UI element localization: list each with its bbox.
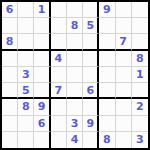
sudoku-cell-given[interactable]: 6	[34, 116, 50, 132]
sudoku-cell-empty[interactable]	[18, 132, 34, 148]
sudoku-cell-empty[interactable]	[83, 51, 99, 67]
sudoku-cell-given[interactable]: 9	[83, 116, 99, 132]
sudoku-cell-empty[interactable]	[51, 67, 67, 83]
sudoku-cell-given[interactable]: 7	[51, 83, 67, 99]
sudoku-cell-empty[interactable]	[2, 132, 18, 148]
sudoku-cell-empty[interactable]	[51, 2, 67, 18]
sudoku-cell-empty[interactable]	[2, 116, 18, 132]
sudoku-cell-empty[interactable]	[34, 83, 50, 99]
sudoku-cell-given[interactable]: 8	[2, 34, 18, 50]
sudoku-cell-empty[interactable]	[116, 67, 132, 83]
sudoku-cell-empty[interactable]	[2, 99, 18, 115]
sudoku-cell-empty[interactable]	[67, 51, 83, 67]
sudoku-cell-empty[interactable]	[51, 99, 67, 115]
sudoku-cell-empty[interactable]	[132, 18, 148, 34]
sudoku-cell-empty[interactable]	[67, 2, 83, 18]
sudoku-cell-empty[interactable]	[83, 34, 99, 50]
sudoku-cell-empty[interactable]	[116, 18, 132, 34]
sudoku-cell-given[interactable]: 9	[34, 99, 50, 115]
sudoku-cell-empty[interactable]	[34, 34, 50, 50]
sudoku-cell-empty[interactable]	[18, 18, 34, 34]
sudoku-cell-empty[interactable]	[2, 83, 18, 99]
sudoku-cell-given[interactable]: 8	[132, 51, 148, 67]
sudoku-cell-empty[interactable]	[67, 67, 83, 83]
sudoku-cell-empty[interactable]	[83, 2, 99, 18]
sudoku-cell-given[interactable]: 3	[18, 67, 34, 83]
sudoku-cell-given[interactable]: 8	[67, 18, 83, 34]
sudoku-cell-empty[interactable]	[99, 51, 115, 67]
sudoku-cell-empty[interactable]	[18, 51, 34, 67]
sudoku-board: 61985874831576892639483	[0, 0, 150, 150]
sudoku-cell-empty[interactable]	[116, 99, 132, 115]
sudoku-cell-empty[interactable]	[99, 18, 115, 34]
sudoku-cell-empty[interactable]	[51, 34, 67, 50]
sudoku-cell-empty[interactable]	[34, 18, 50, 34]
sudoku-cell-empty[interactable]	[2, 18, 18, 34]
sudoku-cell-empty[interactable]	[83, 132, 99, 148]
sudoku-cell-empty[interactable]	[34, 67, 50, 83]
sudoku-cell-empty[interactable]	[2, 51, 18, 67]
sudoku-cell-given[interactable]: 2	[132, 99, 148, 115]
sudoku-cell-empty[interactable]	[99, 83, 115, 99]
sudoku-cell-given[interactable]: 3	[132, 132, 148, 148]
sudoku-cell-empty[interactable]	[132, 34, 148, 50]
sudoku-cell-empty[interactable]	[51, 18, 67, 34]
sudoku-cell-empty[interactable]	[132, 2, 148, 18]
sudoku-cell-given[interactable]: 6	[2, 2, 18, 18]
sudoku-cell-empty[interactable]	[116, 132, 132, 148]
sudoku-cell-given[interactable]: 3	[67, 116, 83, 132]
sudoku-cell-empty[interactable]	[116, 51, 132, 67]
sudoku-cell-empty[interactable]	[83, 67, 99, 83]
sudoku-cell-given[interactable]: 1	[34, 2, 50, 18]
sudoku-cell-empty[interactable]	[51, 116, 67, 132]
sudoku-cell-given[interactable]: 4	[67, 132, 83, 148]
sudoku-cell-given[interactable]: 8	[18, 99, 34, 115]
sudoku-cell-given[interactable]: 9	[99, 2, 115, 18]
sudoku-cell-empty[interactable]	[34, 51, 50, 67]
sudoku-cell-empty[interactable]	[2, 67, 18, 83]
sudoku-cell-given[interactable]: 5	[83, 18, 99, 34]
sudoku-cell-empty[interactable]	[18, 116, 34, 132]
sudoku-cell-empty[interactable]	[18, 2, 34, 18]
sudoku-cell-empty[interactable]	[132, 116, 148, 132]
sudoku-cell-given[interactable]: 6	[83, 83, 99, 99]
sudoku-cell-empty[interactable]	[67, 34, 83, 50]
sudoku-cell-empty[interactable]	[34, 132, 50, 148]
sudoku-cell-empty[interactable]	[67, 83, 83, 99]
sudoku-cell-empty[interactable]	[18, 34, 34, 50]
sudoku-cell-empty[interactable]	[99, 99, 115, 115]
sudoku-cell-given[interactable]: 5	[18, 83, 34, 99]
sudoku-cell-empty[interactable]	[116, 83, 132, 99]
sudoku-cell-empty[interactable]	[83, 99, 99, 115]
sudoku-cell-empty[interactable]	[99, 116, 115, 132]
sudoku-cell-given[interactable]: 7	[116, 34, 132, 50]
sudoku-cell-given[interactable]: 4	[51, 51, 67, 67]
sudoku-cell-given[interactable]: 1	[132, 67, 148, 83]
sudoku-cell-empty[interactable]	[99, 34, 115, 50]
sudoku-cell-empty[interactable]	[67, 99, 83, 115]
sudoku-cell-empty[interactable]	[116, 116, 132, 132]
sudoku-cell-empty[interactable]	[116, 2, 132, 18]
sudoku-cell-empty[interactable]	[99, 67, 115, 83]
sudoku-cell-empty[interactable]	[51, 132, 67, 148]
sudoku-cell-empty[interactable]	[132, 83, 148, 99]
sudoku-cell-given[interactable]: 8	[99, 132, 115, 148]
